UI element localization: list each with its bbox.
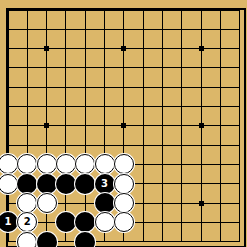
stone-white (0, 174, 18, 194)
star-point (121, 123, 126, 128)
stone-white (114, 193, 134, 213)
stone-black (75, 174, 95, 194)
stone-black (37, 174, 57, 194)
stone-white (95, 212, 115, 232)
stone-white (37, 154, 57, 174)
star-point (44, 46, 49, 51)
star-point (121, 46, 126, 51)
stone-black-numbered: 3 (95, 174, 115, 194)
star-point (199, 123, 204, 128)
stone-white (114, 212, 134, 232)
star-point (44, 123, 49, 128)
stone-black (37, 232, 57, 247)
stone-white (37, 193, 57, 213)
stone-black (17, 174, 37, 194)
stone-white (114, 174, 134, 194)
stone-white (95, 154, 115, 174)
star-point (199, 46, 204, 51)
stone-black (56, 174, 76, 194)
star-point (199, 201, 204, 206)
stone-black (95, 193, 115, 213)
go-board: 312 (0, 0, 247, 247)
